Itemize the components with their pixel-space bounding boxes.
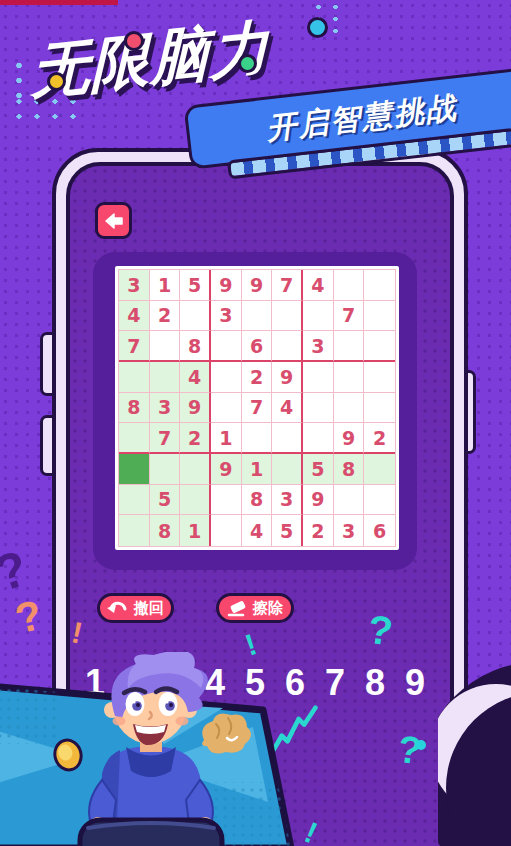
sudoku-cell-r3c3[interactable]: 8: [180, 331, 211, 362]
sudoku-cell-r9c3[interactable]: 1: [180, 515, 211, 546]
sudoku-cell-r8c1[interactable]: [119, 485, 150, 516]
sudoku-cell-r6c4[interactable]: 1: [211, 423, 242, 454]
sudoku-cell-r3c8[interactable]: [334, 331, 365, 362]
sudoku-cell-r7c8[interactable]: 8: [334, 454, 365, 485]
sudoku-cell-r6c6[interactable]: [272, 423, 303, 454]
top-red-bar: [0, 0, 118, 5]
sudoku-cell-r8c6[interactable]: 3: [272, 485, 303, 516]
sudoku-cell-r1c4[interactable]: 9: [211, 270, 242, 301]
sudoku-cell-r2c8[interactable]: 7: [334, 301, 365, 332]
sudoku-cell-r6c2[interactable]: 7: [150, 423, 181, 454]
question-mark-decoration: ?: [11, 594, 46, 641]
corner-moon-decoration: [438, 650, 511, 846]
sudoku-cell-r2c9[interactable]: [364, 301, 395, 332]
yellow-dot-decoration: [47, 72, 66, 91]
teal-dot-decoration: [307, 17, 328, 38]
sudoku-cell-r1c3[interactable]: 5: [180, 270, 211, 301]
red-dot-decoration: [124, 31, 144, 51]
sudoku-board: 3159974423778634298397472192915858398145…: [115, 266, 399, 550]
sudoku-cell-r6c9[interactable]: 2: [364, 423, 395, 454]
sudoku-cell-r2c7[interactable]: [303, 301, 334, 332]
sudoku-grid: 3159974423778634298397472192915858398145…: [118, 269, 396, 547]
sudoku-cell-r2c2[interactable]: 2: [150, 301, 181, 332]
undo-button[interactable]: 撤回: [97, 593, 174, 623]
sudoku-cell-r7c9[interactable]: [364, 454, 395, 485]
sudoku-cell-r7c4[interactable]: 9: [211, 454, 242, 485]
sudoku-cell-r6c1[interactable]: [119, 423, 150, 454]
sudoku-cell-r5c9[interactable]: [364, 393, 395, 424]
sudoku-cell-r5c6[interactable]: 4: [272, 393, 303, 424]
sudoku-cell-r8c3[interactable]: [180, 485, 211, 516]
sudoku-cell-r4c6[interactable]: 9: [272, 362, 303, 393]
sudoku-cell-r1c1[interactable]: 3: [119, 270, 150, 301]
sudoku-cell-r1c2[interactable]: 1: [150, 270, 181, 301]
sudoku-cell-r1c9[interactable]: [364, 270, 395, 301]
sudoku-cell-r1c6[interactable]: 7: [272, 270, 303, 301]
sudoku-cell-r2c6[interactable]: [272, 301, 303, 332]
sudoku-cell-r7c5[interactable]: 1: [242, 454, 273, 485]
sudoku-cell-r1c5[interactable]: 9: [242, 270, 273, 301]
sudoku-cell-r4c2[interactable]: [150, 362, 181, 393]
sudoku-cell-r9c4[interactable]: [211, 515, 242, 546]
mascot-scene: [0, 652, 308, 846]
back-arrow-icon: [104, 213, 124, 229]
sudoku-cell-r8c8[interactable]: [334, 485, 365, 516]
sudoku-cell-r5c2[interactable]: 3: [150, 393, 181, 424]
sudoku-cell-r4c4[interactable]: [211, 362, 242, 393]
sudoku-cell-r7c3[interactable]: [180, 454, 211, 485]
numpad-digit-9[interactable]: 9: [395, 662, 435, 704]
eraser-icon: [227, 600, 247, 617]
sudoku-cell-r7c7[interactable]: 5: [303, 454, 334, 485]
sudoku-cell-r3c2[interactable]: [150, 331, 181, 362]
sudoku-cell-r3c4[interactable]: [211, 331, 242, 362]
question-mark-decoration: ?: [0, 543, 34, 600]
sudoku-cell-r3c9[interactable]: [364, 331, 395, 362]
sudoku-cell-r4c9[interactable]: [364, 362, 395, 393]
sudoku-cell-r3c1[interactable]: 7: [119, 331, 150, 362]
sudoku-cell-r9c8[interactable]: 3: [334, 515, 365, 546]
sudoku-cell-r6c8[interactable]: 9: [334, 423, 365, 454]
sudoku-cell-r5c8[interactable]: [334, 393, 365, 424]
sudoku-cell-r2c1[interactable]: 4: [119, 301, 150, 332]
back-button[interactable]: [95, 202, 132, 239]
sudoku-cell-r8c5[interactable]: 8: [242, 485, 273, 516]
sudoku-cell-r7c6[interactable]: [272, 454, 303, 485]
sudoku-cell-r8c9[interactable]: [364, 485, 395, 516]
sudoku-cell-r3c5[interactable]: 6: [242, 331, 273, 362]
sudoku-cell-r5c7[interactable]: [303, 393, 334, 424]
undo-label: 撤回: [134, 599, 164, 618]
sudoku-cell-r9c6[interactable]: 5: [272, 515, 303, 546]
sudoku-cell-r4c1[interactable]: [119, 362, 150, 393]
numpad-digit-8[interactable]: 8: [355, 662, 395, 704]
sudoku-cell-r5c5[interactable]: 7: [242, 393, 273, 424]
sudoku-cell-r8c2[interactable]: 5: [150, 485, 181, 516]
undo-arrow-icon: [107, 600, 128, 616]
sudoku-cell-r9c7[interactable]: 2: [303, 515, 334, 546]
sudoku-cell-r9c5[interactable]: 4: [242, 515, 273, 546]
sudoku-cell-r4c7[interactable]: [303, 362, 334, 393]
sudoku-cell-r5c4[interactable]: [211, 393, 242, 424]
sudoku-cell-r5c1[interactable]: 8: [119, 393, 150, 424]
app-background: 3159974423778634298397472192915858398145…: [0, 0, 511, 846]
sudoku-cell-r9c9[interactable]: 6: [364, 515, 395, 546]
sudoku-cell-r2c4[interactable]: 3: [211, 301, 242, 332]
numpad-digit-7[interactable]: 7: [315, 662, 355, 704]
sudoku-cell-r3c7[interactable]: 3: [303, 331, 334, 362]
sudoku-cell-r9c2[interactable]: 8: [150, 515, 181, 546]
sudoku-cell-r8c4[interactable]: [211, 485, 242, 516]
sudoku-cell-r5c3[interactable]: 9: [180, 393, 211, 424]
sudoku-cell-r3c6[interactable]: [272, 331, 303, 362]
sudoku-cell-r4c8[interactable]: [334, 362, 365, 393]
sudoku-cell-r1c8[interactable]: [334, 270, 365, 301]
sudoku-cell-r7c1[interactable]: [119, 454, 150, 485]
erase-button[interactable]: 擦除: [216, 593, 294, 623]
sudoku-cell-r2c5[interactable]: [242, 301, 273, 332]
sudoku-cell-r6c3[interactable]: 2: [180, 423, 211, 454]
sudoku-cell-r1c7[interactable]: 4: [303, 270, 334, 301]
cyan-dot-decoration: [416, 740, 426, 750]
erase-label: 擦除: [253, 599, 283, 618]
sudoku-cell-r8c7[interactable]: 9: [303, 485, 334, 516]
sudoku-cell-r6c5[interactable]: [242, 423, 273, 454]
sudoku-cell-r2c3[interactable]: [180, 301, 211, 332]
sudoku-cell-r6c7[interactable]: [303, 423, 334, 454]
sudoku-cell-r4c3[interactable]: 4: [180, 362, 211, 393]
sudoku-cell-r7c2[interactable]: [150, 454, 181, 485]
sudoku-cell-r9c1[interactable]: [119, 515, 150, 546]
sudoku-cell-r4c5[interactable]: 2: [242, 362, 273, 393]
green-dot-decoration: [238, 54, 257, 73]
